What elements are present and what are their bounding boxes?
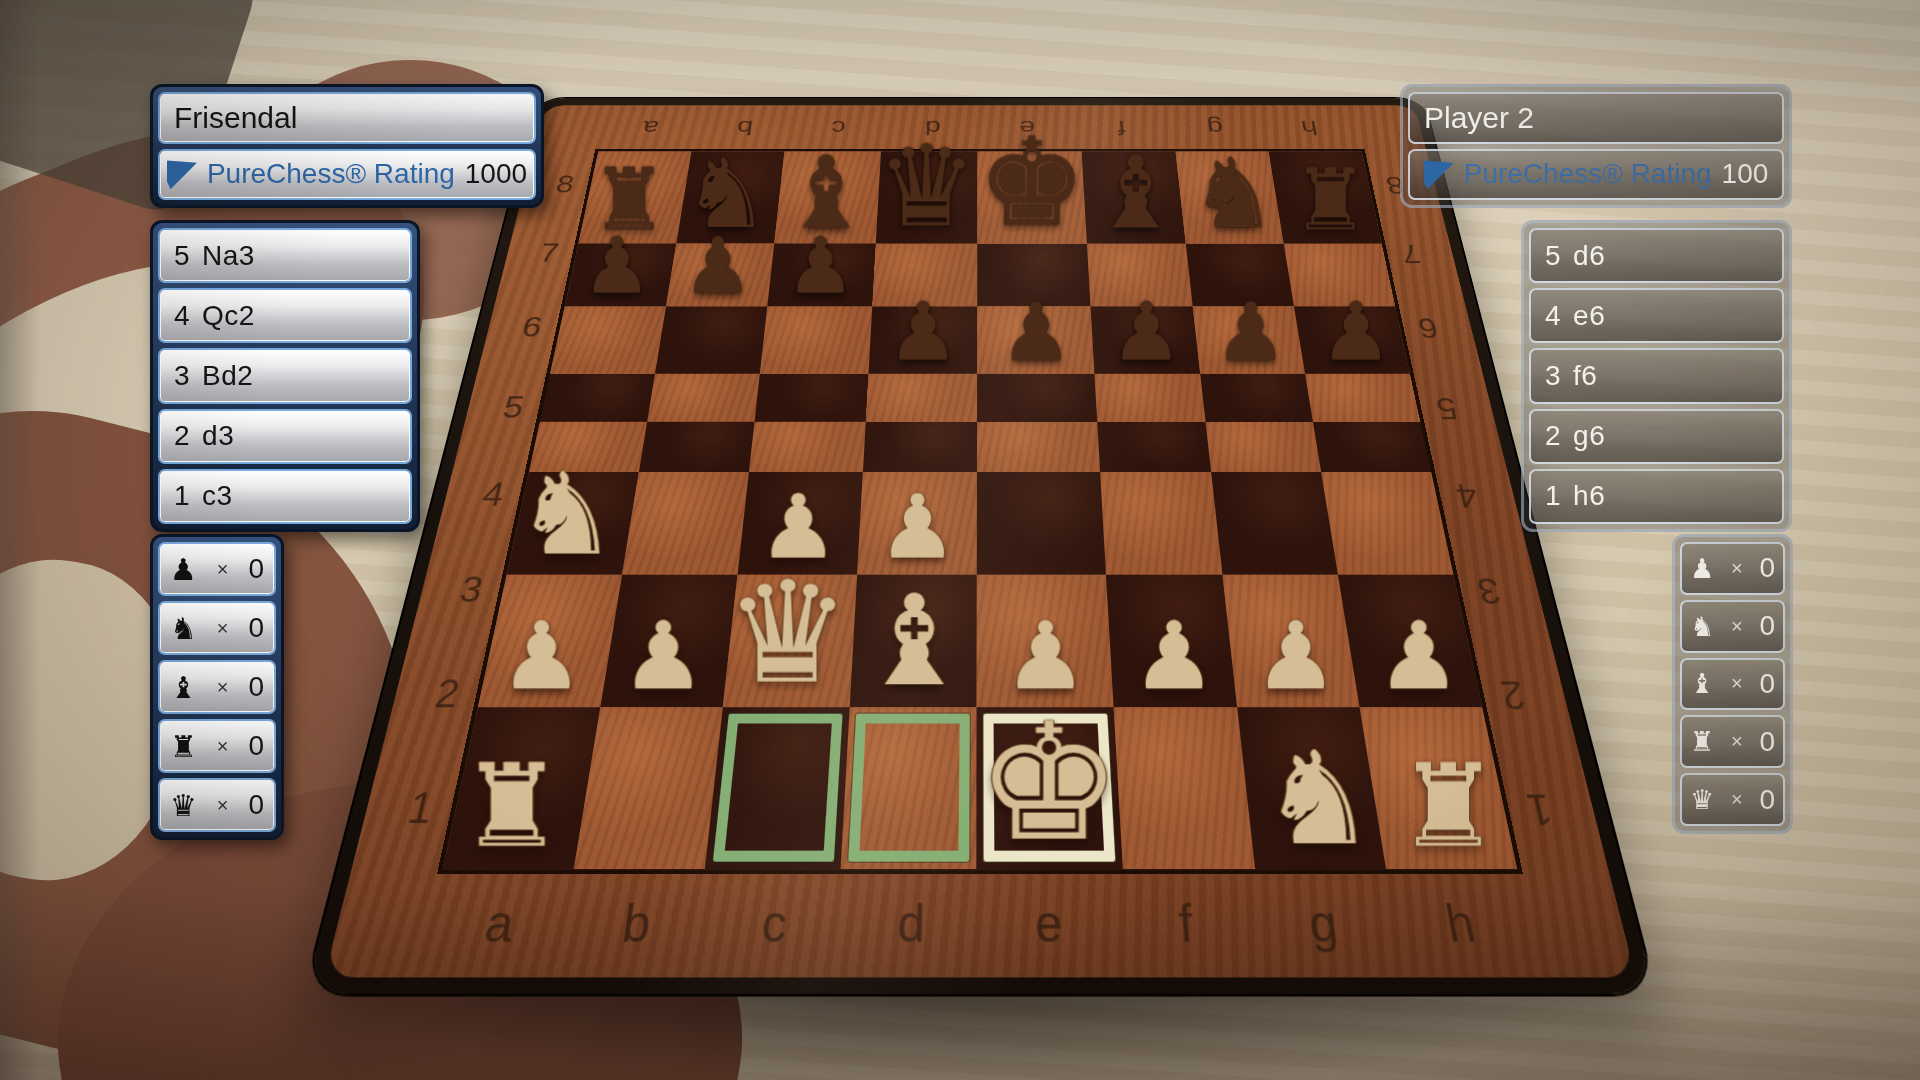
piece-white-king[interactable]: ♚ (977, 702, 1122, 864)
move-number: 1 (1545, 480, 1561, 511)
rank-label-2: 2 (417, 672, 477, 717)
rank-label-3: 3 (443, 570, 499, 611)
square-a5[interactable] (540, 374, 655, 422)
move-number: 2 (1545, 420, 1561, 451)
move-san: Bd2 (202, 360, 253, 391)
rank-label-5: 5 (488, 391, 539, 425)
square-c5[interactable] (755, 374, 869, 422)
piece-black-bishop[interactable]: ♝ (1091, 142, 1181, 242)
piece-white-pawn[interactable]: ♟ (878, 483, 957, 572)
move-row[interactable]: 4Qc2 (158, 288, 412, 343)
square-g5[interactable] (1200, 374, 1313, 422)
rank-label-right-5: 5 (1421, 391, 1472, 425)
bishop-icon: ♝ (170, 670, 197, 705)
square-h5[interactable] (1305, 374, 1420, 422)
rank-label-right-2: 2 (1483, 672, 1543, 717)
rook-icon: ♜ (170, 729, 197, 764)
piece-white-pawn[interactable]: ♟ (1376, 609, 1460, 703)
move-san: Na3 (202, 240, 255, 271)
rank-label-7: 7 (526, 239, 573, 268)
file-label-top-h: h (1291, 116, 1329, 140)
move-number: 5 (174, 240, 190, 271)
pawn-icon: ♟ (1690, 553, 1714, 584)
capture-count: 0 (1759, 610, 1775, 642)
square-f5[interactable] (1095, 374, 1205, 422)
times-label: × (217, 676, 229, 699)
purechess-flag-icon (1424, 159, 1454, 189)
square-e1[interactable]: ♚ (977, 707, 1124, 869)
white-move-list: 5Na3 4Qc2 3Bd2 2d3 1c3 (150, 220, 420, 532)
rank-label-right-4: 4 (1440, 476, 1494, 513)
square-d1[interactable] (841, 707, 977, 869)
captured-row-knight: ♞×0 (158, 601, 276, 655)
pawn-icon: ♟ (170, 552, 197, 587)
square-d6[interactable]: ♟ (869, 306, 978, 373)
move-number: 3 (1545, 360, 1561, 391)
captured-row-queen: ♛×0 (158, 778, 276, 832)
file-label-e: e (1024, 895, 1075, 953)
file-label-g: g (1295, 895, 1352, 953)
rank-label-right-1: 1 (1508, 784, 1571, 833)
file-label-top-g: g (1197, 116, 1234, 140)
square-c6[interactable] (760, 306, 872, 373)
capture-count: 0 (248, 612, 264, 644)
file-label-top-d: d (916, 116, 950, 140)
square-c2[interactable]: ♛ (723, 575, 857, 708)
black-player-rating-bar: PureChess® Rating 100 (1408, 149, 1784, 201)
file-label-a: a (469, 895, 529, 953)
queen-icon: ♛ (170, 788, 197, 823)
captured-row-pawn: ♟×0 (1680, 542, 1785, 595)
captured-row-rook: ♜×0 (1680, 715, 1785, 768)
piece-white-queen[interactable]: ♛ (725, 563, 851, 704)
times-label: × (1731, 557, 1743, 580)
black-rating-label: PureChess® Rating (1464, 158, 1712, 190)
square-h4[interactable] (1313, 422, 1431, 472)
captured-row-knight: ♞×0 (1680, 600, 1785, 653)
piece-black-king[interactable]: ♚ (978, 121, 1087, 243)
black-player-name-bar: Player 2 (1408, 92, 1784, 144)
captured-row-queen: ♛×0 (1680, 773, 1785, 826)
piece-black-pawn[interactable]: ♟ (887, 291, 959, 371)
move-number: 4 (1545, 300, 1561, 331)
piece-black-pawn[interactable]: ♟ (786, 227, 856, 305)
square-h6[interactable]: ♟ (1294, 306, 1410, 373)
piece-black-rook[interactable]: ♜ (1293, 156, 1370, 242)
white-rating-value: 1000 (465, 158, 527, 190)
piece-black-knight[interactable]: ♞ (1190, 146, 1277, 243)
move-row[interactable]: 3Bd2 (158, 348, 412, 403)
piece-black-pawn[interactable]: ♟ (1320, 291, 1392, 371)
times-label: × (1731, 788, 1743, 811)
square-g8[interactable]: ♞ (1175, 151, 1283, 243)
file-label-top-e: e (1010, 116, 1044, 140)
capture-count: 0 (248, 671, 264, 703)
move-row[interactable]: 5d6 (1529, 228, 1784, 283)
rank-label-8: 8 (543, 171, 588, 198)
rank-label-1: 1 (389, 784, 452, 833)
piece-black-pawn[interactable]: ♟ (1215, 291, 1287, 371)
piece-white-rook[interactable]: ♜ (1397, 749, 1500, 864)
square-a6[interactable] (550, 306, 666, 373)
piece-white-knight[interactable]: ♞ (516, 458, 618, 572)
move-row[interactable]: 2d3 (158, 409, 412, 464)
white-player-panel: Frisendal PureChess® Rating 1000 (150, 84, 544, 208)
chess-board-3d: aabbccddeeffgghh8877665544332211 ♜♞♝♛♚♝♞… (305, 98, 1655, 994)
white-player-name: Frisendal (174, 101, 297, 135)
square-g6[interactable]: ♟ (1192, 306, 1305, 373)
piece-black-pawn[interactable]: ♟ (582, 227, 652, 305)
move-san: d3 (202, 420, 234, 451)
move-row[interactable]: 4e6 (1529, 288, 1784, 343)
piece-white-knight[interactable]: ♞ (1260, 735, 1376, 864)
square-f6[interactable]: ♟ (1091, 306, 1200, 373)
move-row[interactable]: 2g6 (1529, 409, 1784, 464)
rank-label-right-3: 3 (1461, 570, 1517, 611)
move-san: f6 (1573, 360, 1597, 391)
square-c4[interactable] (749, 422, 866, 472)
piece-white-bishop[interactable]: ♝ (858, 578, 970, 703)
move-san: c3 (202, 480, 233, 511)
file-label-top-f: f (1104, 116, 1140, 140)
file-label-h: h (1431, 895, 1491, 953)
piece-black-pawn[interactable]: ♟ (1110, 291, 1182, 371)
white-captured-tray: ♟×0 ♞×0 ♝×0 ♜×0 ♛×0 (150, 534, 284, 840)
file-label-b: b (608, 895, 665, 953)
move-number: 5 (1545, 240, 1561, 271)
times-label: × (217, 794, 229, 817)
queen-icon: ♛ (1690, 784, 1714, 815)
move-row[interactable]: 1h6 (1529, 469, 1784, 524)
capture-count: 0 (248, 730, 264, 762)
square-b5[interactable] (647, 374, 760, 422)
capture-count: 0 (248, 789, 264, 821)
square-g2[interactable]: ♟ (1222, 575, 1359, 708)
square-d8[interactable]: ♛ (876, 151, 978, 243)
file-label-top-b: b (726, 116, 763, 140)
file-label-top-c: c (821, 116, 857, 140)
captured-row-bishop: ♝×0 (158, 660, 276, 714)
square-h8[interactable]: ♜ (1268, 151, 1381, 243)
times-label: × (217, 558, 229, 581)
square-b4[interactable] (639, 422, 755, 472)
square-f8[interactable]: ♝ (1082, 151, 1185, 243)
piece-white-pawn[interactable]: ♟ (621, 609, 705, 703)
move-number: 4 (174, 300, 190, 331)
piece-black-pawn[interactable]: ♟ (1000, 291, 1072, 371)
black-player-panel: Player 2 PureChess® Rating 100 (1400, 84, 1792, 208)
rank-label-right-7: 7 (1388, 239, 1435, 268)
square-b2[interactable]: ♟ (601, 575, 738, 708)
times-label: × (1731, 672, 1743, 695)
piece-white-pawn[interactable]: ♟ (499, 609, 583, 703)
black-captured-tray: ♟×0 ♞×0 ♝×0 ♜×0 ♛×0 (1672, 534, 1793, 834)
file-label-d: d (886, 895, 937, 953)
square-e6[interactable]: ♟ (977, 306, 1094, 373)
square-e2[interactable]: ♟ (977, 575, 1114, 708)
file-label-top-a: a (631, 116, 669, 140)
knight-icon: ♞ (1690, 611, 1714, 642)
black-move-list: 5d6 4e6 3f6 2g6 1h6 (1521, 220, 1792, 532)
move-number: 1 (174, 480, 190, 511)
black-player-name: Player 2 (1424, 101, 1534, 135)
square-b1[interactable] (574, 707, 723, 869)
rank-label-6: 6 (507, 312, 556, 344)
square-d5[interactable] (866, 374, 977, 422)
square-e5[interactable] (977, 374, 1097, 422)
piece-black-queen[interactable]: ♛ (877, 130, 978, 243)
square-g4[interactable] (1205, 422, 1321, 472)
square-g1[interactable]: ♞ (1237, 707, 1386, 869)
move-san: h6 (1573, 480, 1605, 511)
times-label: × (1731, 730, 1743, 753)
times-label: × (1731, 615, 1743, 638)
captured-row-rook: ♜×0 (158, 719, 276, 773)
file-label-c: c (747, 895, 801, 953)
move-row[interactable]: 5Na3 (158, 228, 412, 283)
capture-count: 0 (1759, 726, 1775, 758)
piece-white-pawn[interactable]: ♟ (1132, 609, 1216, 703)
piece-white-pawn[interactable]: ♟ (1254, 609, 1338, 703)
move-san: Qc2 (202, 300, 255, 331)
square-d2[interactable]: ♝ (850, 575, 977, 708)
square-f2[interactable]: ♟ (1106, 575, 1236, 708)
move-row[interactable]: 3f6 (1529, 348, 1784, 403)
black-rating-value: 100 (1722, 158, 1769, 190)
knight-icon: ♞ (170, 611, 197, 646)
move-number: 3 (174, 360, 190, 391)
move-san: e6 (1573, 300, 1605, 331)
bishop-icon: ♝ (1690, 668, 1714, 699)
rook-icon: ♜ (1690, 726, 1714, 757)
move-number: 2 (174, 420, 190, 451)
square-e4[interactable] (977, 422, 1100, 472)
times-label: × (217, 735, 229, 758)
purechess-flag-icon (167, 159, 197, 189)
chess-board: ♜♞♝♛♚♝♞♜♟♟♟♟♟♟♟♟♞♟♟♟♟♛♝♟♟♟♟♜♚♞♜ (443, 151, 1517, 869)
square-f1[interactable] (1114, 707, 1255, 869)
piece-black-pawn[interactable]: ♟ (683, 227, 753, 305)
square-f4[interactable] (1098, 422, 1211, 472)
white-player-name-bar: Frisendal (158, 92, 536, 144)
rank-label-4: 4 (466, 476, 520, 513)
move-san: d6 (1573, 240, 1605, 271)
captured-row-pawn: ♟×0 (158, 542, 276, 596)
square-e8[interactable]: ♚ (978, 151, 1088, 243)
capture-count: 0 (1759, 668, 1775, 700)
move-san: g6 (1573, 420, 1605, 451)
capture-count: 0 (1759, 784, 1775, 816)
square-c1[interactable] (705, 707, 850, 869)
times-label: × (217, 617, 229, 640)
square-d4[interactable] (863, 422, 977, 472)
move-row[interactable]: 1c3 (158, 469, 412, 524)
white-rating-label: PureChess® Rating (207, 158, 455, 190)
rank-label-right-6: 6 (1404, 312, 1453, 344)
square-b6[interactable] (655, 306, 768, 373)
white-player-rating-bar: PureChess® Rating 1000 (158, 149, 536, 201)
piece-white-rook[interactable]: ♜ (460, 749, 563, 864)
capture-count: 0 (1759, 552, 1775, 584)
captured-row-bishop: ♝×0 (1680, 658, 1785, 711)
file-label-f: f (1159, 895, 1213, 953)
capture-count: 0 (248, 553, 264, 585)
